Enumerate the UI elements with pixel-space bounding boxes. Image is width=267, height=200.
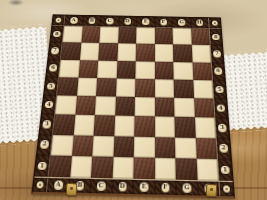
square-c2[interactable]: [92, 135, 114, 156]
rank-label-8-right: 8: [212, 34, 219, 41]
rank-label-2-left: 2: [40, 140, 49, 148]
file-label-c-bottom: C: [97, 182, 106, 191]
square-b6[interactable]: [78, 60, 98, 78]
square-d8[interactable]: [118, 27, 137, 44]
file-label-a-bottom: A: [54, 181, 63, 190]
rank-label-5-right: 5: [216, 86, 224, 93]
square-h1[interactable]: [196, 158, 218, 180]
square-d7[interactable]: [117, 43, 136, 60]
frame-cell: 6: [211, 62, 225, 80]
file-label-f-bottom: F: [161, 183, 169, 192]
square-e4[interactable]: [135, 97, 155, 117]
brass-latch-right: [206, 184, 217, 197]
rank-label-1-left: 1: [38, 161, 47, 170]
square-b7[interactable]: [80, 43, 100, 60]
square-c1[interactable]: [91, 156, 113, 178]
file-label-e-bottom: E: [140, 183, 148, 192]
frame-cell: D: [111, 178, 133, 194]
rank-label-1-right: 1: [221, 165, 230, 174]
square-e5[interactable]: [135, 79, 155, 98]
frame-cell: C: [90, 178, 112, 194]
board-grid: ABCDEFGH8877665544332211ABCDEFGH: [31, 14, 235, 198]
square-e1[interactable]: [133, 157, 154, 179]
square-g5[interactable]: [174, 79, 194, 98]
frame-cell: C: [100, 16, 118, 27]
square-a1[interactable]: [49, 155, 72, 177]
square-h5[interactable]: [193, 80, 213, 99]
square-a4[interactable]: [55, 95, 76, 115]
square-f8[interactable]: [154, 28, 172, 45]
square-f7[interactable]: [154, 44, 173, 61]
square-c5[interactable]: [96, 78, 116, 97]
frame-cell: 7: [210, 45, 224, 62]
square-f3[interactable]: [155, 117, 175, 137]
square-e6[interactable]: [135, 61, 154, 79]
rank-label-8-left: 8: [53, 31, 61, 37]
frame-cell: H: [190, 18, 209, 29]
square-e3[interactable]: [134, 116, 154, 136]
square-h8[interactable]: [191, 28, 210, 45]
file-label-b-top: B: [88, 18, 95, 24]
square-d5[interactable]: [115, 78, 135, 97]
square-f2[interactable]: [155, 137, 176, 158]
square-d4[interactable]: [115, 97, 135, 117]
square-f1[interactable]: [155, 157, 176, 179]
square-g8[interactable]: [173, 28, 192, 45]
square-d2[interactable]: [113, 136, 134, 157]
file-label-g-bottom: G: [182, 184, 191, 193]
square-b3[interactable]: [73, 115, 95, 135]
square-d3[interactable]: [114, 116, 135, 136]
file-label-f-top: F: [160, 19, 167, 25]
frame-cell: A: [64, 15, 83, 26]
square-a8[interactable]: [63, 26, 83, 43]
corner-rosette-icon: [36, 181, 44, 189]
rank-label-2-right: 2: [219, 144, 228, 152]
square-c6[interactable]: [97, 60, 117, 78]
square-h2[interactable]: [195, 137, 217, 158]
square-f5[interactable]: [154, 79, 174, 98]
frame-cell: 3: [214, 118, 229, 138]
square-h6[interactable]: [192, 62, 212, 80]
square-b8[interactable]: [81, 26, 100, 43]
square-c3[interactable]: [94, 115, 115, 135]
frame-cell: 8: [209, 29, 222, 46]
rank-label-3-right: 3: [218, 124, 226, 132]
square-a2[interactable]: [51, 134, 73, 155]
square-a3[interactable]: [53, 115, 75, 135]
square-a5[interactable]: [57, 77, 78, 96]
square-d1[interactable]: [112, 157, 134, 179]
square-b2[interactable]: [72, 135, 94, 156]
file-label-d-bottom: D: [118, 182, 126, 191]
square-g2[interactable]: [175, 137, 196, 158]
square-c7[interactable]: [98, 43, 117, 60]
corner-rosette-icon: [212, 20, 218, 25]
square-a7[interactable]: [61, 42, 81, 59]
rank-label-6-right: 6: [214, 68, 222, 75]
frame-cell: 2: [216, 138, 231, 159]
square-f4[interactable]: [155, 97, 175, 117]
file-label-g-top: G: [178, 19, 185, 25]
square-e7[interactable]: [136, 44, 155, 61]
square-c4[interactable]: [95, 96, 116, 116]
frame-cell: 1: [217, 159, 233, 181]
rank-label-5-left: 5: [47, 82, 55, 89]
frame-cell: E: [136, 17, 154, 28]
file-label-h-top: H: [196, 20, 203, 26]
square-a6[interactable]: [59, 59, 80, 77]
rank-label-7-right: 7: [213, 50, 221, 57]
frame-cell: 5: [212, 80, 226, 99]
corner-rosette-icon: [55, 17, 62, 22]
chess-board: ABCDEFGH8877665544332211ABCDEFGH: [32, 14, 233, 195]
square-e2[interactable]: [134, 136, 155, 157]
frame-corner: [218, 181, 233, 197]
frame-cell: F: [154, 17, 172, 28]
photo-scene: ABCDEFGH8877665544332211ABCDEFGH: [0, 0, 267, 200]
rank-label-4-right: 4: [217, 104, 225, 112]
rank-label-4-left: 4: [45, 101, 53, 109]
file-label-e-top: E: [142, 19, 149, 25]
file-label-a-top: A: [70, 17, 77, 23]
square-h3[interactable]: [194, 117, 215, 137]
square-g1[interactable]: [175, 158, 197, 180]
square-h7[interactable]: [191, 45, 211, 62]
square-b4[interactable]: [75, 96, 96, 116]
square-g7[interactable]: [173, 45, 192, 62]
file-label-d-top: D: [124, 18, 131, 24]
file-label-c-top: C: [106, 18, 113, 24]
frame-cell: B: [82, 16, 101, 27]
frame-corner: [208, 18, 221, 29]
square-g6[interactable]: [173, 62, 193, 80]
square-g3[interactable]: [174, 117, 195, 137]
square-b1[interactable]: [70, 156, 93, 178]
brass-latch-left: [66, 183, 77, 196]
frame-cell: E: [133, 179, 155, 195]
square-d6[interactable]: [116, 60, 135, 78]
square-c8[interactable]: [99, 27, 118, 44]
rank-label-7-left: 7: [51, 47, 59, 54]
frame-cell: G: [176, 180, 198, 196]
corner-rosette-icon: [223, 185, 231, 193]
square-e8[interactable]: [136, 27, 154, 44]
rank-label-6-left: 6: [49, 65, 57, 72]
frame-cell: 4: [213, 99, 228, 119]
square-f6[interactable]: [154, 61, 173, 79]
frame-cell: F: [155, 179, 177, 195]
square-b5[interactable]: [77, 77, 98, 96]
background-mark: [8, 0, 24, 6]
square-g4[interactable]: [174, 98, 194, 118]
frame-cell: G: [172, 17, 190, 28]
frame-cell: D: [118, 16, 136, 27]
rank-label-3-left: 3: [43, 120, 52, 128]
square-h4[interactable]: [194, 98, 215, 118]
